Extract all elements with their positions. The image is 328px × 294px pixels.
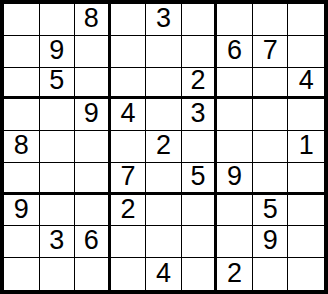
given-digit: 9 (14, 196, 29, 223)
given-digit: 9 (227, 163, 242, 190)
cell-r8c2[interactable]: 3 (40, 226, 76, 258)
given-digit: 5 (263, 196, 278, 223)
cell-r3c8[interactable] (253, 68, 289, 100)
cell-r5c3[interactable] (75, 131, 111, 163)
cell-r4c4[interactable]: 4 (111, 99, 147, 131)
given-digit: 4 (299, 68, 314, 95)
cell-r4c3[interactable]: 9 (75, 99, 111, 131)
cell-r6c8[interactable] (253, 163, 289, 195)
given-digit: 8 (84, 5, 99, 32)
cell-r8c4[interactable] (111, 226, 147, 258)
cell-r5c6[interactable] (182, 131, 218, 163)
given-digit: 8 (14, 132, 29, 159)
cell-r2c1[interactable] (4, 36, 40, 68)
cell-r7c5[interactable] (146, 195, 182, 227)
cell-r6c4[interactable]: 7 (111, 163, 147, 195)
cell-r9c3[interactable] (75, 258, 111, 290)
cell-r9c5[interactable]: 4 (146, 258, 182, 290)
cell-r3c2[interactable]: 5 (40, 68, 76, 100)
cell-r8c6[interactable] (182, 226, 218, 258)
cell-r3c9[interactable]: 4 (288, 68, 324, 100)
cell-r5c7[interactable] (217, 131, 253, 163)
cell-r8c5[interactable] (146, 226, 182, 258)
cell-r7c4[interactable]: 2 (111, 195, 147, 227)
cell-r9c1[interactable] (4, 258, 40, 290)
cell-r9c2[interactable] (40, 258, 76, 290)
cell-r4c1[interactable] (4, 99, 40, 131)
cell-r5c5[interactable]: 2 (146, 131, 182, 163)
cell-r9c7[interactable]: 2 (217, 258, 253, 290)
given-digit: 2 (156, 132, 171, 159)
cell-r5c9[interactable]: 1 (288, 131, 324, 163)
cell-r1c9[interactable] (288, 4, 324, 36)
cell-r7c1[interactable]: 9 (4, 195, 40, 227)
cell-r2c3[interactable] (75, 36, 111, 68)
cell-r6c7[interactable]: 9 (217, 163, 253, 195)
cell-r8c7[interactable] (217, 226, 253, 258)
cell-r1c2[interactable] (40, 4, 76, 36)
given-digit: 5 (49, 68, 64, 95)
given-digit: 5 (191, 163, 206, 190)
cell-r1c3[interactable]: 8 (75, 4, 111, 36)
cell-r7c3[interactable] (75, 195, 111, 227)
cell-r5c1[interactable]: 8 (4, 131, 40, 163)
cell-r2c7[interactable]: 6 (217, 36, 253, 68)
cell-r4c2[interactable] (40, 99, 76, 131)
cell-r8c3[interactable]: 6 (75, 226, 111, 258)
cell-r9c6[interactable] (182, 258, 218, 290)
cell-r6c1[interactable] (4, 163, 40, 195)
cell-r4c5[interactable] (146, 99, 182, 131)
cell-r3c6[interactable]: 2 (182, 68, 218, 100)
given-digit: 1 (299, 132, 314, 159)
given-digit: 4 (156, 260, 171, 287)
given-digit: 4 (120, 100, 135, 127)
cell-r9c8[interactable] (253, 258, 289, 290)
cell-r2c5[interactable] (146, 36, 182, 68)
cell-r6c3[interactable] (75, 163, 111, 195)
cell-r8c9[interactable] (288, 226, 324, 258)
cell-r7c6[interactable] (182, 195, 218, 227)
given-digit: 3 (49, 227, 64, 254)
cell-r3c7[interactable] (217, 68, 253, 100)
cell-r2c9[interactable] (288, 36, 324, 68)
cell-r9c9[interactable] (288, 258, 324, 290)
cell-r5c8[interactable] (253, 131, 289, 163)
cell-r6c9[interactable] (288, 163, 324, 195)
given-digit: 6 (84, 227, 99, 254)
cell-r1c6[interactable] (182, 4, 218, 36)
cell-r1c5[interactable]: 3 (146, 4, 182, 36)
cell-r5c2[interactable] (40, 131, 76, 163)
cell-r4c9[interactable] (288, 99, 324, 131)
given-digit: 9 (84, 100, 99, 127)
given-digit: 3 (191, 100, 206, 127)
cell-r8c8[interactable]: 9 (253, 226, 289, 258)
cell-r2c4[interactable] (111, 36, 147, 68)
cell-r1c7[interactable] (217, 4, 253, 36)
cell-r9c4[interactable] (111, 258, 147, 290)
given-digit: 7 (120, 163, 135, 190)
cell-r3c1[interactable] (4, 68, 40, 100)
cell-r8c1[interactable] (4, 226, 40, 258)
cell-r1c8[interactable] (253, 4, 289, 36)
given-digit: 6 (227, 37, 242, 64)
cell-r5c4[interactable] (111, 131, 147, 163)
cell-r2c6[interactable] (182, 36, 218, 68)
cell-r3c3[interactable] (75, 68, 111, 100)
cell-r3c4[interactable] (111, 68, 147, 100)
cell-r1c1[interactable] (4, 4, 40, 36)
cell-r4c6[interactable]: 3 (182, 99, 218, 131)
cell-r7c8[interactable]: 5 (253, 195, 289, 227)
cell-r7c7[interactable] (217, 195, 253, 227)
given-digit: 7 (263, 37, 278, 64)
cell-r1c4[interactable] (111, 4, 147, 36)
cell-r7c9[interactable] (288, 195, 324, 227)
cell-r6c6[interactable]: 5 (182, 163, 218, 195)
cell-r7c2[interactable] (40, 195, 76, 227)
given-digit: 2 (191, 68, 206, 95)
cell-r3c5[interactable] (146, 68, 182, 100)
sudoku-board: 8396752494382175992536942 (0, 0, 328, 294)
cell-r4c7[interactable] (217, 99, 253, 131)
cell-r2c8[interactable]: 7 (253, 36, 289, 68)
cell-r4c8[interactable] (253, 99, 289, 131)
cell-r6c2[interactable] (40, 163, 76, 195)
given-digit: 2 (120, 196, 135, 223)
given-digit: 3 (156, 5, 171, 32)
cell-r2c2[interactable]: 9 (40, 36, 76, 68)
cell-r6c5[interactable] (146, 163, 182, 195)
given-digit: 2 (227, 260, 242, 287)
given-digit: 9 (263, 227, 278, 254)
given-digit: 9 (49, 37, 64, 64)
